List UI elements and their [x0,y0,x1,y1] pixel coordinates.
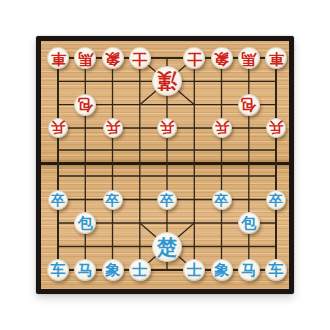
piece-blue-soldier[interactable]: 卒 [266,190,286,210]
blue-soldier-glyph: 卒 [269,193,283,207]
piece-red-soldier[interactable]: 兵 [103,118,123,138]
photo-canvas: 車馬象士士象馬車漢包包兵兵兵兵兵卒卒卒卒卒包包楚车马象士士象马车 [0,0,330,330]
piece-blue-general[interactable]: 楚 [152,232,182,262]
red-soldier-glyph: 兵 [215,121,229,135]
piece-blue-soldier[interactable]: 卒 [157,190,177,210]
red-cannon-glyph: 包 [241,97,256,112]
piece-blue-advisor[interactable]: 士 [129,259,151,281]
red-soldier-glyph: 兵 [51,121,65,135]
blue-soldier-glyph: 卒 [160,193,174,207]
red-elephant-glyph: 象 [105,51,120,66]
blue-horse-glyph: 马 [241,263,256,278]
red-horse-glyph: 馬 [241,51,256,66]
piece-blue-soldier[interactable]: 卒 [48,190,68,210]
piece-red-cannon[interactable]: 包 [238,94,260,116]
red-cannon-glyph: 包 [78,97,93,112]
piece-red-soldier[interactable]: 兵 [48,118,68,138]
red-advisor-glyph: 士 [132,51,147,66]
red-chariot-glyph: 車 [51,51,66,66]
red-advisor-glyph: 士 [187,51,202,66]
blue-advisor-glyph: 士 [187,263,202,278]
piece-red-elephant[interactable]: 象 [211,47,233,69]
blue-soldier-glyph: 卒 [106,193,120,207]
piece-blue-soldier[interactable]: 卒 [103,190,123,210]
piece-blue-elephant[interactable]: 象 [102,259,124,281]
red-soldier-glyph: 兵 [269,121,283,135]
piece-red-chariot[interactable]: 車 [47,47,69,69]
blue-general-glyph: 楚 [157,237,177,257]
piece-red-soldier[interactable]: 兵 [212,118,232,138]
piece-red-horse[interactable]: 馬 [74,47,96,69]
red-chariot-glyph: 車 [269,51,284,66]
piece-blue-chariot[interactable]: 车 [265,259,287,281]
blue-chariot-glyph: 车 [269,263,284,278]
piece-red-soldier[interactable]: 兵 [157,118,177,138]
piece-red-elephant[interactable]: 象 [102,47,124,69]
blue-soldier-glyph: 卒 [215,193,229,207]
piece-blue-cannon[interactable]: 包 [238,212,260,234]
blue-horse-glyph: 马 [78,263,93,278]
blue-soldier-glyph: 卒 [51,193,65,207]
piece-red-advisor[interactable]: 士 [129,47,151,69]
piece-blue-chariot[interactable]: 车 [47,259,69,281]
piece-blue-cannon[interactable]: 包 [74,212,96,234]
piece-blue-horse[interactable]: 马 [238,259,260,281]
piece-blue-elephant[interactable]: 象 [211,259,233,281]
blue-cannon-glyph: 包 [241,216,256,231]
piece-blue-soldier[interactable]: 卒 [212,190,232,210]
piece-red-chariot[interactable]: 車 [265,47,287,69]
blue-chariot-glyph: 车 [51,263,66,278]
blue-advisor-glyph: 士 [132,263,147,278]
piece-red-soldier[interactable]: 兵 [266,118,286,138]
piece-red-horse[interactable]: 馬 [238,47,260,69]
red-soldier-glyph: 兵 [106,121,120,135]
red-soldier-glyph: 兵 [160,121,174,135]
piece-red-advisor[interactable]: 士 [183,47,205,69]
blue-elephant-glyph: 象 [214,263,229,278]
piece-red-cannon[interactable]: 包 [74,94,96,116]
red-horse-glyph: 馬 [78,51,93,66]
blue-cannon-glyph: 包 [78,216,93,231]
red-general-glyph: 漢 [157,71,177,91]
red-elephant-glyph: 象 [214,51,229,66]
blue-elephant-glyph: 象 [105,263,120,278]
